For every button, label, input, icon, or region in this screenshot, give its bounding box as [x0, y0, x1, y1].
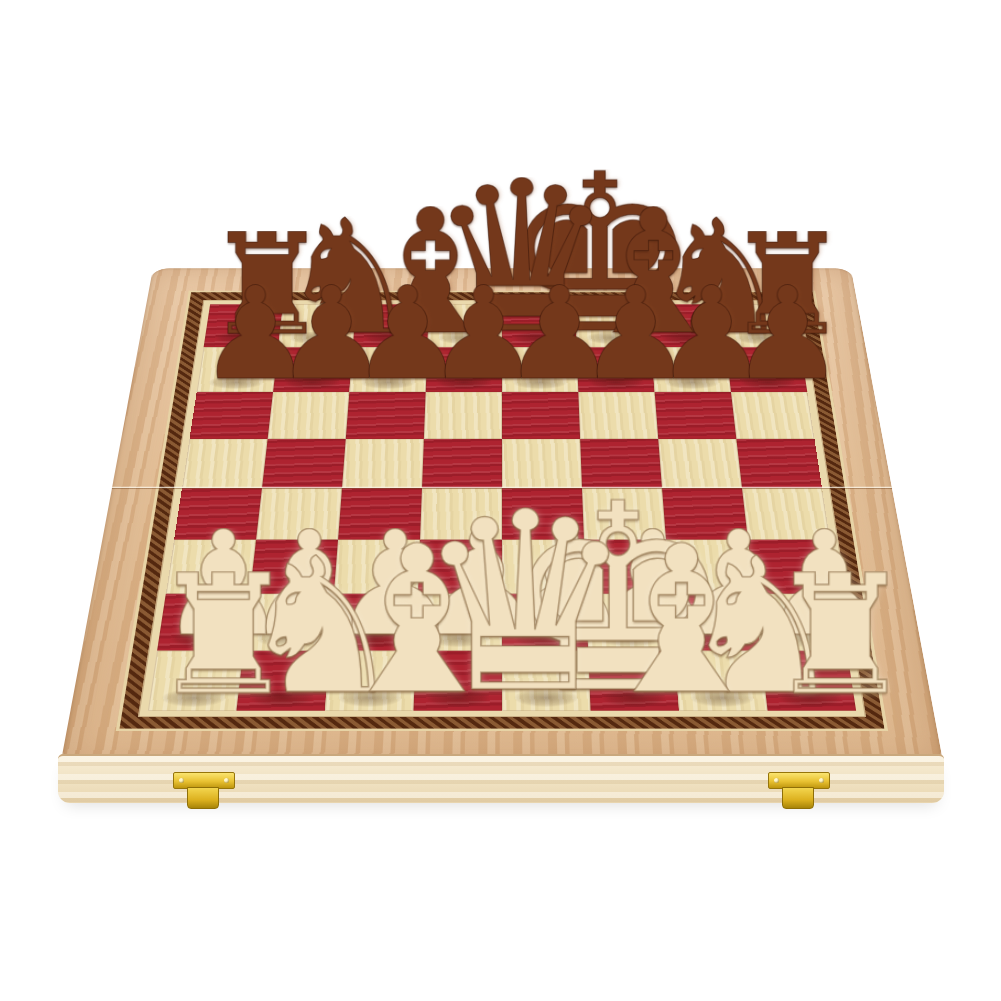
chess-board: ♜♞♝♛♚♝♞♜♟♟♟♟♟♟♟♟♟♟♟♟♟♟♟♟♜♞♝♛♚♝♞♜: [60, 268, 944, 766]
piece-black-pawn[interactable]: ♟: [198, 284, 274, 384]
piece-white-rook[interactable]: ♜: [150, 571, 238, 700]
square-h6[interactable]: [731, 392, 815, 439]
square-f6[interactable]: [578, 392, 658, 439]
screw-icon: [224, 778, 229, 783]
piece-black-pawn[interactable]: ♟: [654, 284, 730, 384]
latch-tab: [187, 787, 219, 809]
square-f7[interactable]: ♟: [577, 347, 655, 392]
screw-icon: [179, 778, 184, 783]
square-c6[interactable]: [346, 392, 426, 439]
square-b6[interactable]: [268, 392, 350, 439]
square-a6[interactable]: [190, 392, 274, 439]
piece-black-pawn[interactable]: ♟: [274, 284, 350, 384]
brass-latch-left[interactable]: [173, 772, 235, 810]
square-h7[interactable]: ♟: [726, 347, 807, 392]
square-e6[interactable]: [502, 392, 580, 439]
square-c5[interactable]: [342, 439, 424, 488]
piece-black-pawn[interactable]: ♟: [502, 284, 578, 384]
square-d1[interactable]: ♛: [413, 651, 502, 711]
checkerboard: ♜♞♝♛♚♝♞♜♟♟♟♟♟♟♟♟♟♟♟♟♟♟♟♟♜♞♝♛♚♝♞♜: [148, 304, 856, 711]
square-a1[interactable]: ♜: [148, 651, 243, 711]
piece-black-pawn[interactable]: ♟: [350, 284, 426, 384]
square-g7[interactable]: ♟: [651, 347, 731, 392]
square-c7[interactable]: ♟: [349, 347, 427, 392]
square-g6[interactable]: [655, 392, 737, 439]
square-b5[interactable]: [262, 439, 346, 488]
piece-white-bishop[interactable]: ♝: [326, 541, 414, 700]
square-a7[interactable]: ♟: [197, 347, 278, 392]
square-d7[interactable]: ♟: [426, 347, 502, 392]
piece-black-pawn[interactable]: ♟: [426, 284, 502, 384]
screw-icon: [774, 778, 779, 783]
piece-white-rook[interactable]: ♜: [766, 571, 854, 700]
square-h1[interactable]: ♜: [761, 651, 856, 711]
square-c1[interactable]: ♝: [325, 651, 416, 711]
square-a5[interactable]: [182, 439, 268, 488]
piece-black-pawn[interactable]: ♟: [730, 284, 806, 384]
brass-latch-right[interactable]: [768, 772, 830, 810]
piece-white-queen[interactable]: ♛: [414, 507, 502, 700]
latch-tab: [782, 787, 814, 809]
piece-black-pawn[interactable]: ♟: [578, 284, 654, 384]
screw-icon: [819, 778, 824, 783]
square-e7[interactable]: ♟: [502, 347, 578, 392]
product-photo-stage: ♜♞♝♛♚♝♞♜♟♟♟♟♟♟♟♟♟♟♟♟♟♟♟♟♜♞♝♛♚♝♞♜: [0, 0, 1001, 1001]
box-front-face: [58, 754, 944, 803]
square-b7[interactable]: ♟: [273, 347, 353, 392]
square-d6[interactable]: [424, 392, 502, 439]
square-h5[interactable]: [736, 439, 822, 488]
